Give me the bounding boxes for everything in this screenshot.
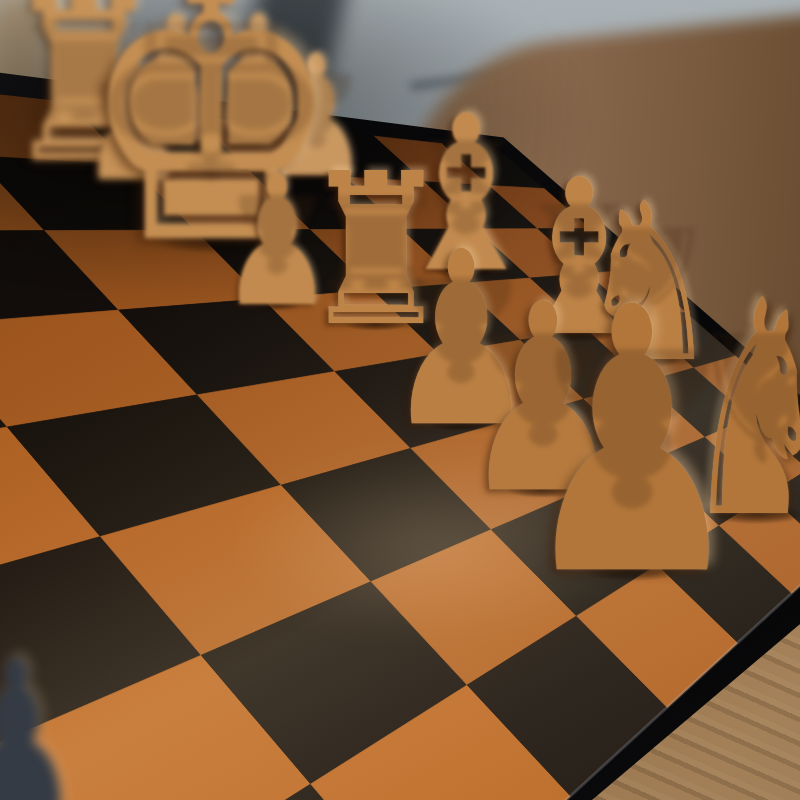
- board-specular-highlight: [230, 450, 630, 640]
- photo-scene: ♟♟♟♟♜♜♟♟♟♟♚♚♝♝♟♟♜♜♝♝♞♞♟♟♟♟♞♞♟♟♟: [0, 0, 800, 800]
- board-gloss: [0, 0, 800, 800]
- chess-board: [0, 0, 800, 800]
